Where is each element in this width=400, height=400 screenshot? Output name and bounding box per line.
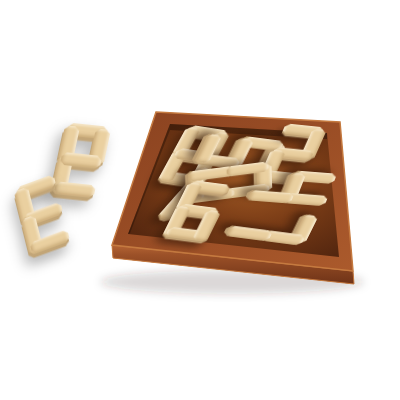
puzzle-photo-scene (0, 0, 400, 400)
loose-pieces-layer (0, 0, 400, 400)
